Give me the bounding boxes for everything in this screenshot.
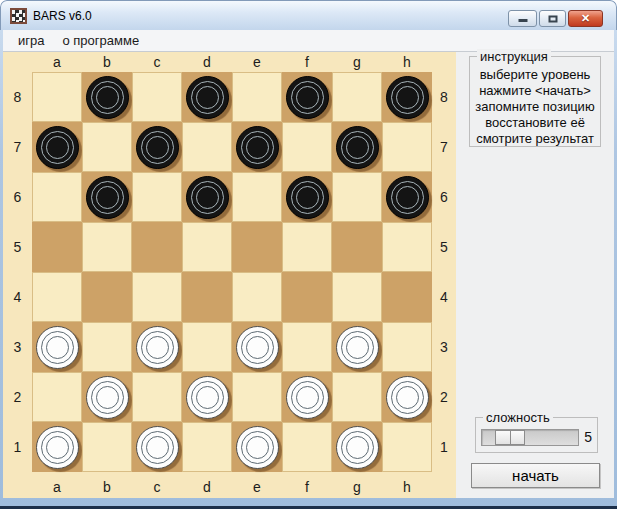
instruction-groupbox: инструкция выберите уровеньнажмите <нача…	[469, 56, 601, 147]
square-a1[interactable]	[32, 422, 82, 472]
square-h7[interactable]	[382, 122, 432, 172]
white-man-c1[interactable]	[136, 426, 179, 469]
square-a5[interactable]	[32, 222, 82, 272]
square-d2[interactable]	[182, 372, 232, 422]
black-man-g7[interactable]	[336, 126, 379, 169]
square-g2[interactable]	[332, 372, 382, 422]
start-button[interactable]: начать	[471, 463, 600, 488]
file-label-a: a	[32, 472, 82, 498]
instruction-line: нажмите <начать>	[470, 83, 600, 99]
piece-ring	[141, 331, 174, 364]
piece-ring	[46, 136, 69, 159]
piece-ring	[241, 331, 274, 364]
instruction-line: смотрите результат	[470, 131, 600, 147]
piece-ring	[241, 131, 274, 164]
square-h4[interactable]	[382, 272, 432, 322]
piece-ring	[341, 331, 374, 364]
square-a7[interactable]	[32, 122, 82, 172]
piece-ring	[41, 131, 74, 164]
white-man-g1[interactable]	[336, 426, 379, 469]
square-f6[interactable]	[282, 172, 332, 222]
piece-ring	[146, 336, 169, 359]
white-man-h2[interactable]	[386, 376, 429, 419]
square-f5[interactable]	[282, 222, 332, 272]
file-label-a: a	[32, 52, 82, 72]
black-man-h6[interactable]	[386, 176, 429, 219]
rank-label-8: 8	[432, 72, 456, 122]
square-e4[interactable]	[232, 272, 282, 322]
instruction-line: восстановите её	[470, 115, 600, 131]
file-label-d: d	[182, 52, 232, 72]
file-label-e: e	[232, 52, 282, 72]
piece-ring	[346, 336, 369, 359]
square-h8[interactable]	[382, 72, 432, 122]
board-panel: abcdefgh 87654321 87654321 abcdefgh	[3, 52, 456, 498]
rank-label-7: 7	[432, 122, 456, 172]
piece-ring	[346, 136, 369, 159]
piece-ring	[191, 181, 224, 214]
piece-ring	[296, 86, 319, 109]
instruction-line: запомните позицию	[470, 99, 600, 115]
white-man-e3[interactable]	[236, 326, 279, 369]
piece-ring	[96, 186, 119, 209]
square-d6[interactable]	[182, 172, 232, 222]
square-d1[interactable]	[182, 422, 232, 472]
file-label-e: e	[232, 472, 282, 498]
rank-label-6: 6	[432, 172, 456, 222]
file-label-h: h	[382, 52, 432, 72]
square-f2[interactable]	[282, 372, 332, 422]
square-b5[interactable]	[82, 222, 132, 272]
rank-label-4: 4	[3, 272, 32, 322]
piece-ring	[41, 331, 74, 364]
square-c8[interactable]	[132, 72, 182, 122]
rank-label-7: 7	[3, 122, 32, 172]
file-label-f: f	[282, 52, 332, 72]
rank-labels-left: 87654321	[3, 72, 32, 472]
square-c6[interactable]	[132, 172, 182, 222]
file-label-b: b	[82, 472, 132, 498]
square-b6[interactable]	[82, 172, 132, 222]
square-b7[interactable]	[82, 122, 132, 172]
piece-ring	[191, 381, 224, 414]
rank-label-5: 5	[3, 222, 32, 272]
minimize-icon	[518, 19, 527, 22]
rank-label-2: 2	[432, 372, 456, 422]
piece-ring	[246, 336, 269, 359]
piece-ring	[391, 81, 424, 114]
white-man-f2[interactable]	[286, 376, 329, 419]
square-d5[interactable]	[182, 222, 232, 272]
white-man-g3[interactable]	[336, 326, 379, 369]
black-man-b6[interactable]	[86, 176, 129, 219]
file-label-c: c	[132, 52, 182, 72]
square-a6[interactable]	[32, 172, 82, 222]
square-f3[interactable]	[282, 322, 332, 372]
black-man-d8[interactable]	[186, 76, 229, 119]
file-label-f: f	[282, 472, 332, 498]
piece-ring	[146, 136, 169, 159]
file-label-c: c	[132, 472, 182, 498]
piece-ring	[341, 131, 374, 164]
square-c7[interactable]	[132, 122, 182, 172]
square-b2[interactable]	[82, 372, 132, 422]
square-h3[interactable]	[382, 322, 432, 372]
difficulty-slider-thumb[interactable]	[495, 430, 525, 445]
square-b4[interactable]	[82, 272, 132, 322]
piece-ring	[391, 381, 424, 414]
client-area: abcdefgh 87654321 87654321 abcdefgh инст…	[3, 52, 614, 498]
square-h6[interactable]	[382, 172, 432, 222]
piece-ring	[196, 386, 219, 409]
square-g4[interactable]	[332, 272, 382, 322]
white-man-b2[interactable]	[86, 376, 129, 419]
piece-ring	[341, 431, 374, 464]
rank-labels-right: 87654321	[432, 72, 456, 472]
piece-ring	[91, 81, 124, 114]
difficulty-value: 5	[584, 429, 592, 445]
side-panel: инструкция выберите уровеньнажмите <нача…	[459, 52, 614, 498]
rank-label-3: 3	[3, 322, 32, 372]
file-label-b: b	[82, 52, 132, 72]
file-label-g: g	[332, 52, 382, 72]
piece-ring	[196, 86, 219, 109]
file-label-d: d	[182, 472, 232, 498]
square-b1[interactable]	[82, 422, 132, 472]
piece-ring	[41, 431, 74, 464]
piece-ring	[91, 381, 124, 414]
rank-label-5: 5	[432, 222, 456, 272]
piece-ring	[191, 81, 224, 114]
square-e7[interactable]	[232, 122, 282, 172]
piece-ring	[196, 186, 219, 209]
square-d4[interactable]	[182, 272, 232, 322]
file-labels-bottom: abcdefgh	[32, 472, 432, 498]
white-man-a1[interactable]	[36, 426, 79, 469]
file-label-h: h	[382, 472, 432, 498]
piece-ring	[296, 386, 319, 409]
rank-label-4: 4	[432, 272, 456, 322]
square-e2[interactable]	[232, 372, 282, 422]
piece-ring	[91, 181, 124, 214]
piece-ring	[246, 136, 269, 159]
square-g1[interactable]	[332, 422, 382, 472]
rank-label-8: 8	[3, 72, 32, 122]
white-man-d2[interactable]	[186, 376, 229, 419]
square-f8[interactable]	[282, 72, 332, 122]
square-c2[interactable]	[132, 372, 182, 422]
file-labels-top: abcdefgh	[32, 52, 432, 72]
square-e5[interactable]	[232, 222, 282, 272]
square-e3[interactable]	[232, 322, 282, 372]
square-h2[interactable]	[382, 372, 432, 422]
piece-ring	[46, 436, 69, 459]
black-man-f6[interactable]	[286, 176, 329, 219]
rank-label-1: 1	[3, 422, 32, 472]
rank-label-1: 1	[432, 422, 456, 472]
square-e8[interactable]	[232, 72, 282, 122]
rank-label-3: 3	[432, 322, 456, 372]
white-man-c3[interactable]	[136, 326, 179, 369]
minimize-button[interactable]	[508, 10, 537, 27]
square-c5[interactable]	[132, 222, 182, 272]
square-e1[interactable]	[232, 422, 282, 472]
square-g7[interactable]	[332, 122, 382, 172]
piece-ring	[241, 431, 274, 464]
close-button[interactable]: ✕	[568, 10, 603, 27]
instruction-title: инструкция	[477, 49, 551, 64]
piece-ring	[391, 181, 424, 214]
square-e6[interactable]	[232, 172, 282, 222]
file-label-g: g	[332, 472, 382, 498]
menu-item-about[interactable]: о программе	[53, 31, 148, 50]
piece-ring	[141, 431, 174, 464]
maximize-button[interactable]	[539, 10, 566, 27]
piece-ring	[291, 381, 324, 414]
square-d7[interactable]	[182, 122, 232, 172]
black-man-h8[interactable]	[386, 76, 429, 119]
black-man-d6[interactable]	[186, 176, 229, 219]
square-d8[interactable]	[182, 72, 232, 122]
checkers-board[interactable]	[32, 72, 432, 472]
black-man-f8[interactable]	[286, 76, 329, 119]
square-a8[interactable]	[32, 72, 82, 122]
caption-buttons: ✕	[508, 10, 603, 27]
title-bar[interactable]: BARS v6.0 ✕	[0, 0, 617, 30]
piece-ring	[246, 436, 269, 459]
square-b8[interactable]	[82, 72, 132, 122]
maximize-icon	[548, 15, 557, 22]
piece-ring	[96, 386, 119, 409]
rank-label-6: 6	[3, 172, 32, 222]
piece-ring	[396, 386, 419, 409]
rank-label-2: 2	[3, 372, 32, 422]
instruction-text: выберите уровеньнажмите <начать>запомнит…	[470, 57, 600, 147]
piece-ring	[396, 86, 419, 109]
square-f1[interactable]	[282, 422, 332, 472]
instruction-line: выберите уровень	[470, 67, 600, 83]
square-g8[interactable]	[332, 72, 382, 122]
black-man-e7[interactable]	[236, 126, 279, 169]
black-man-a7[interactable]	[36, 126, 79, 169]
square-h1[interactable]	[382, 422, 432, 472]
square-a2[interactable]	[32, 372, 82, 422]
white-man-e1[interactable]	[236, 426, 279, 469]
black-man-b8[interactable]	[86, 76, 129, 119]
piece-ring	[146, 436, 169, 459]
piece-ring	[291, 81, 324, 114]
square-c4[interactable]	[132, 272, 182, 322]
window-title: BARS v6.0	[33, 9, 92, 23]
white-man-a3[interactable]	[36, 326, 79, 369]
square-a4[interactable]	[32, 272, 82, 322]
square-f4[interactable]	[282, 272, 332, 322]
difficulty-slider-track[interactable]	[481, 429, 579, 446]
difficulty-groupbox: сложность 5	[475, 417, 598, 453]
slider-thumb-line	[510, 431, 511, 444]
app-checkerboard-icon	[10, 8, 27, 24]
piece-ring	[46, 336, 69, 359]
square-a3[interactable]	[32, 322, 82, 372]
piece-ring	[346, 436, 369, 459]
square-h5[interactable]	[382, 222, 432, 272]
difficulty-title: сложность	[483, 410, 553, 425]
square-f7[interactable]	[282, 122, 332, 172]
piece-ring	[396, 186, 419, 209]
menu-item-game[interactable]: игра	[9, 31, 53, 50]
square-c3[interactable]	[132, 322, 182, 372]
piece-ring	[96, 86, 119, 109]
black-man-c7[interactable]	[136, 126, 179, 169]
square-g3[interactable]	[332, 322, 382, 372]
square-d3[interactable]	[182, 322, 232, 372]
square-c1[interactable]	[132, 422, 182, 472]
square-g5[interactable]	[332, 222, 382, 272]
square-g6[interactable]	[332, 172, 382, 222]
square-b3[interactable]	[82, 322, 132, 372]
piece-ring	[296, 186, 319, 209]
app-window: BARS v6.0 ✕ игра о программе abcdefgh 87…	[0, 0, 617, 509]
close-icon: ✕	[569, 12, 602, 25]
piece-ring	[141, 131, 174, 164]
piece-ring	[291, 181, 324, 214]
